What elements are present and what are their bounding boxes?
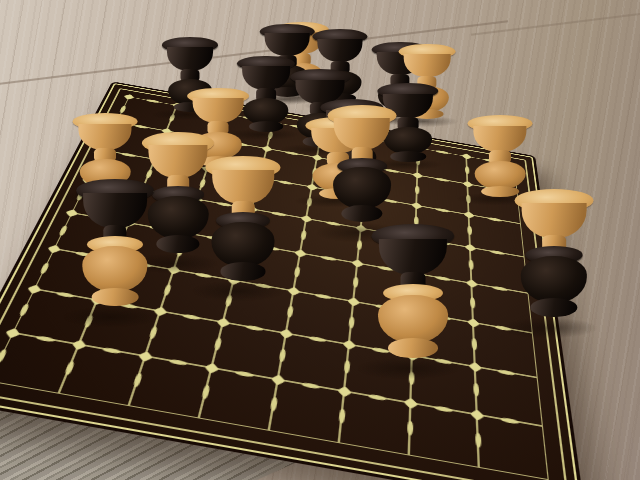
- scene: [0, 0, 640, 480]
- cell-r8c4[interactable]: [199, 368, 278, 431]
- lattice-leaf-ornament: [344, 360, 351, 374]
- goblet-part: [148, 196, 209, 240]
- goblet-part: [249, 121, 283, 131]
- piece-light_on_dark-r5c3[interactable]: [205, 156, 280, 296]
- goblet-part: [211, 222, 274, 267]
- lattice-leaf-ornament: [467, 226, 472, 236]
- lattice-leaf-ornament: [475, 432, 481, 448]
- goblet-part: [379, 239, 447, 275]
- goblet-part: [220, 262, 265, 280]
- goblet-part: [333, 167, 391, 209]
- cell-r8c8[interactable]: [477, 414, 549, 480]
- goblet-part: [378, 295, 448, 343]
- lattice-leaf-ornament: [348, 316, 354, 329]
- goblet-part: [83, 193, 147, 227]
- goblet-part: [156, 235, 199, 253]
- piece-light_on_dark-r4c5[interactable]: [328, 105, 397, 237]
- lattice-leaf-ornament: [470, 297, 475, 309]
- goblet-part: [78, 124, 131, 149]
- goblet-part: [522, 203, 587, 238]
- lattice-leaf-ornament: [415, 185, 420, 194]
- goblet-part: [92, 288, 139, 307]
- lattice-leaf-ornament: [18, 303, 30, 316]
- goblet-part: [530, 298, 577, 317]
- lattice-leaf-ornament: [407, 421, 413, 437]
- cell-r8c7[interactable]: [409, 403, 479, 468]
- cell-r8c5[interactable]: [269, 379, 344, 443]
- goblet-part: [473, 126, 526, 152]
- goblet-part: [242, 66, 290, 90]
- goblet-part: [388, 338, 438, 357]
- lattice-leaf-ornament: [58, 225, 68, 236]
- lattice-leaf-ornament: [287, 305, 294, 318]
- lattice-leaf-ornament: [353, 276, 359, 288]
- piece-dark_on_light-r6c1[interactable]: [76, 179, 154, 322]
- lattice-leaf-ornament: [119, 105, 127, 113]
- goblet-part: [341, 205, 382, 222]
- lattice-leaf-ornament: [473, 383, 479, 397]
- cell-r8c3[interactable]: [129, 356, 212, 419]
- goblet-part: [334, 118, 390, 150]
- goblet-part: [317, 39, 362, 62]
- lattice-leaf-ornament: [294, 266, 301, 278]
- lattice-leaf-ornament: [300, 230, 307, 241]
- goblet-part: [481, 186, 519, 197]
- lattice-leaf-ornament: [338, 409, 345, 425]
- lattice-leaf-ornament: [0, 349, 8, 364]
- lattice-leaf-ornament: [279, 349, 287, 363]
- lattice-leaf-ornament: [471, 337, 477, 350]
- piece-light_on_dark-r5c8[interactable]: [515, 189, 594, 333]
- lattice-leaf-ornament: [39, 262, 50, 274]
- goblet-part: [167, 47, 213, 70]
- goblet-part: [212, 170, 274, 204]
- cell-r8c6[interactable]: [339, 391, 411, 456]
- goblet-part: [82, 246, 147, 292]
- piece-light-r3c8[interactable]: [468, 115, 533, 200]
- goblet-part: [265, 33, 310, 56]
- goblet-part: [521, 256, 587, 302]
- lattice-leaf-ornament: [468, 259, 473, 270]
- goblet-part: [148, 145, 207, 178]
- goblet-part: [404, 54, 451, 78]
- piece-dark_on_light-r6c6[interactable]: [371, 224, 454, 374]
- goblet-part: [193, 98, 244, 123]
